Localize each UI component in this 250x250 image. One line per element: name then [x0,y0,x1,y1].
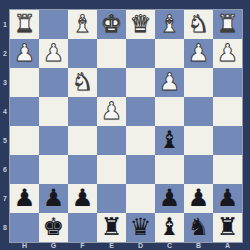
black-pawn-c7[interactable]: ♟ [155,184,184,213]
square-a4[interactable] [213,97,242,126]
square-g8[interactable]: ♚ [39,213,68,242]
square-c6[interactable] [155,155,184,184]
square-h2[interactable]: ♟ [10,39,39,68]
square-g1[interactable] [39,10,68,39]
square-a3[interactable] [213,68,242,97]
file-label-a: A [213,241,242,250]
square-e8[interactable]: ♜ [97,213,126,242]
chess-board[interactable]: ♜♝♚♛♝♞♜♟♟♟♟♞♟♟♝♟♟♟♟♟♟♚♜♛♝♞♜ [10,10,242,242]
file-label-e: E [97,241,126,250]
square-c3[interactable]: ♟ [155,68,184,97]
square-b3[interactable] [184,68,213,97]
square-a8[interactable]: ♜ [213,213,242,242]
white-bishop-c1[interactable]: ♝ [155,10,184,39]
square-c1[interactable]: ♝ [155,10,184,39]
square-e5[interactable] [97,126,126,155]
square-f7[interactable]: ♟ [68,184,97,213]
square-e1[interactable]: ♚ [97,10,126,39]
rank-label-2: 2 [0,39,10,68]
white-queen-d1[interactable]: ♛ [126,10,155,39]
white-knight-b1[interactable]: ♞ [184,10,213,39]
white-king-e1[interactable]: ♚ [97,10,126,39]
rank-label-7: 7 [0,184,10,213]
white-pawn-c3[interactable]: ♟ [155,68,184,97]
square-e6[interactable] [97,155,126,184]
square-c2[interactable] [155,39,184,68]
white-rook-a1[interactable]: ♜ [213,10,242,39]
file-labels: HGFEDCBA [10,241,242,250]
square-d6[interactable] [126,155,155,184]
square-a2[interactable]: ♟ [213,39,242,68]
white-pawn-e4[interactable]: ♟ [97,97,126,126]
file-label-c: C [155,241,184,250]
square-f1[interactable]: ♝ [68,10,97,39]
rank-label-8: 8 [0,213,10,242]
square-d8[interactable]: ♛ [126,213,155,242]
square-f3[interactable]: ♞ [68,68,97,97]
square-c7[interactable]: ♟ [155,184,184,213]
square-b8[interactable]: ♞ [184,213,213,242]
square-f8[interactable] [68,213,97,242]
black-rook-a8[interactable]: ♜ [213,213,242,242]
square-a7[interactable]: ♟ [213,184,242,213]
square-d4[interactable] [126,97,155,126]
white-pawn-g2[interactable]: ♟ [39,39,68,68]
square-a6[interactable] [213,155,242,184]
square-b1[interactable]: ♞ [184,10,213,39]
square-h6[interactable] [10,155,39,184]
square-f6[interactable] [68,155,97,184]
square-d5[interactable] [126,126,155,155]
white-pawn-h2[interactable]: ♟ [10,39,39,68]
square-d1[interactable]: ♛ [126,10,155,39]
black-knight-b8[interactable]: ♞ [184,213,213,242]
file-label-g: G [39,241,68,250]
square-e2[interactable] [97,39,126,68]
black-rook-e8[interactable]: ♜ [97,213,126,242]
square-c5[interactable]: ♝ [155,126,184,155]
square-h1[interactable]: ♜ [10,10,39,39]
square-h5[interactable] [10,126,39,155]
square-h4[interactable] [10,97,39,126]
square-c4[interactable] [155,97,184,126]
chess-board-panel: 12345678 ♜♝♚♛♝♞♜♟♟♟♟♞♟♟♝♟♟♟♟♟♟♚♜♛♝♞♜ HGF… [0,0,250,250]
white-rook-h1[interactable]: ♜ [10,10,39,39]
black-pawn-f7[interactable]: ♟ [68,184,97,213]
black-bishop-c8[interactable]: ♝ [155,213,184,242]
square-g3[interactable] [39,68,68,97]
file-label-h: H [10,241,39,250]
white-pawn-a2[interactable]: ♟ [213,39,242,68]
file-label-f: F [68,241,97,250]
square-f5[interactable] [68,126,97,155]
square-h8[interactable] [10,213,39,242]
square-d2[interactable] [126,39,155,68]
square-b7[interactable]: ♟ [184,184,213,213]
square-b4[interactable] [184,97,213,126]
square-a5[interactable] [213,126,242,155]
square-f2[interactable] [68,39,97,68]
black-queen-d8[interactable]: ♛ [126,213,155,242]
square-e3[interactable] [97,68,126,97]
rank-labels: 12345678 [0,10,10,242]
square-b6[interactable] [184,155,213,184]
square-c8[interactable]: ♝ [155,213,184,242]
square-g6[interactable] [39,155,68,184]
square-g7[interactable]: ♟ [39,184,68,213]
white-pawn-b2[interactable]: ♟ [184,39,213,68]
square-g4[interactable] [39,97,68,126]
square-e7[interactable] [97,184,126,213]
square-d3[interactable] [126,68,155,97]
black-pawn-g7[interactable]: ♟ [39,184,68,213]
square-b5[interactable] [184,126,213,155]
black-pawn-a7[interactable]: ♟ [213,184,242,213]
black-bishop-c5[interactable]: ♝ [155,126,184,155]
white-knight-f3[interactable]: ♞ [68,68,97,97]
rank-label-3: 3 [0,68,10,97]
square-b2[interactable]: ♟ [184,39,213,68]
square-h7[interactable]: ♟ [10,184,39,213]
black-pawn-h7[interactable]: ♟ [10,184,39,213]
rank-label-1: 1 [0,10,10,39]
square-a1[interactable]: ♜ [213,10,242,39]
square-g2[interactable]: ♟ [39,39,68,68]
file-label-b: B [184,241,213,250]
rank-label-5: 5 [0,126,10,155]
square-f4[interactable] [68,97,97,126]
square-e4[interactable]: ♟ [97,97,126,126]
square-g5[interactable] [39,126,68,155]
square-d7[interactable] [126,184,155,213]
black-pawn-b7[interactable]: ♟ [184,184,213,213]
file-label-d: D [126,241,155,250]
rank-label-6: 6 [0,155,10,184]
rank-label-4: 4 [0,97,10,126]
black-king-g8[interactable]: ♚ [39,213,68,242]
white-bishop-f1[interactable]: ♝ [68,10,97,39]
square-h3[interactable] [10,68,39,97]
